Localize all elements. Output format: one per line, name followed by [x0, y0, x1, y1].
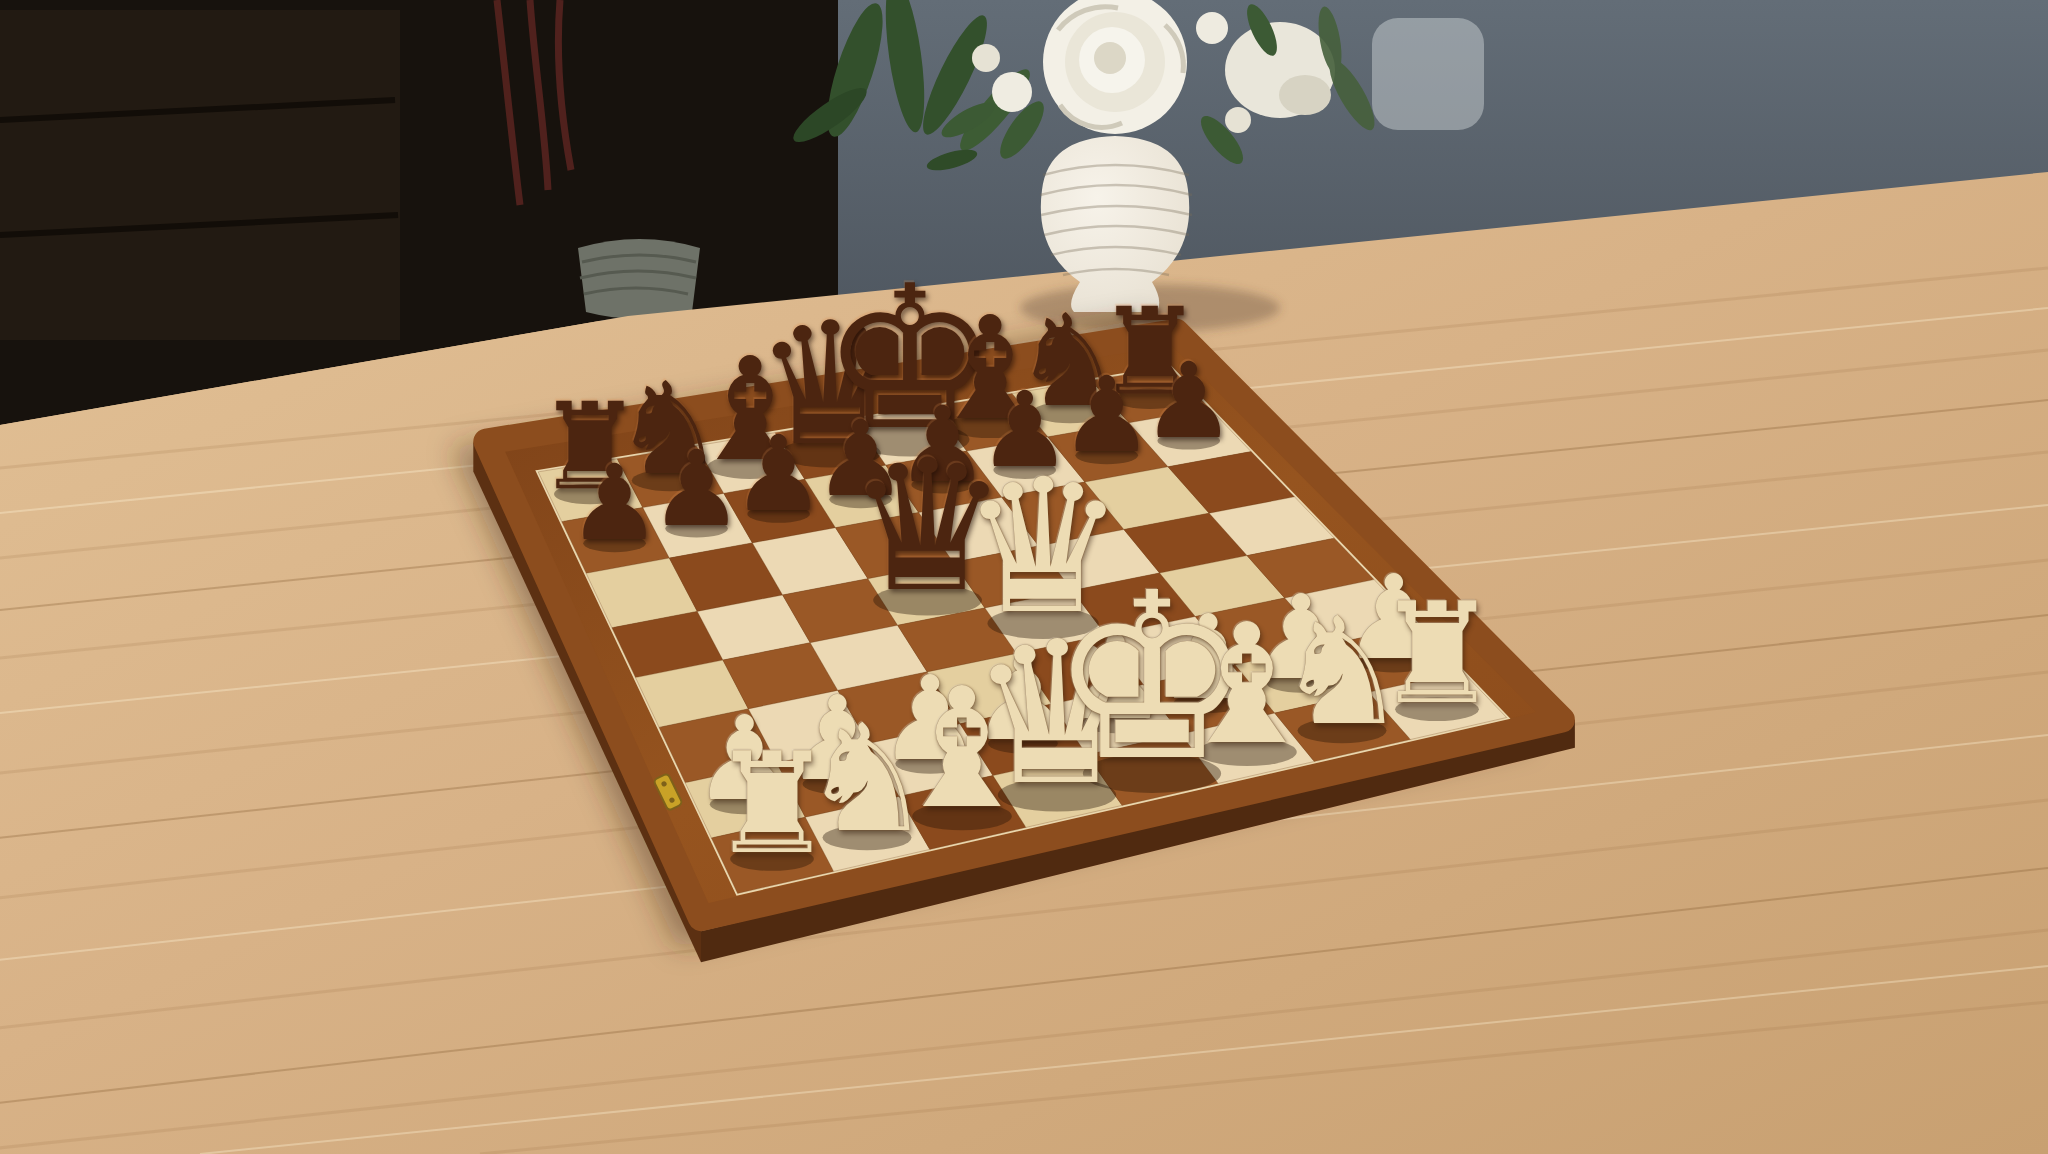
- piece-white-rook-h1: ♜: [1374, 584, 1499, 724]
- photo-canvas: ♜♞♝♛♚♝♞♜♟♟♟♟♟♟♟♟♛♛♟♟♟♟♟♟♟♟♜♞♝♛♚♝♞♜: [0, 0, 2048, 1154]
- piece-black-pawn-h7: ♟: [1142, 349, 1236, 453]
- cabinet: [0, 10, 400, 340]
- plastic-wrap: [1372, 18, 1484, 130]
- piece-black-pawn-b7: ♟: [650, 436, 744, 540]
- grey-pot: [578, 239, 700, 319]
- piece-black-pawn-a7: ♟: [568, 451, 662, 555]
- piece-black-pawn-c7: ♟: [732, 422, 826, 526]
